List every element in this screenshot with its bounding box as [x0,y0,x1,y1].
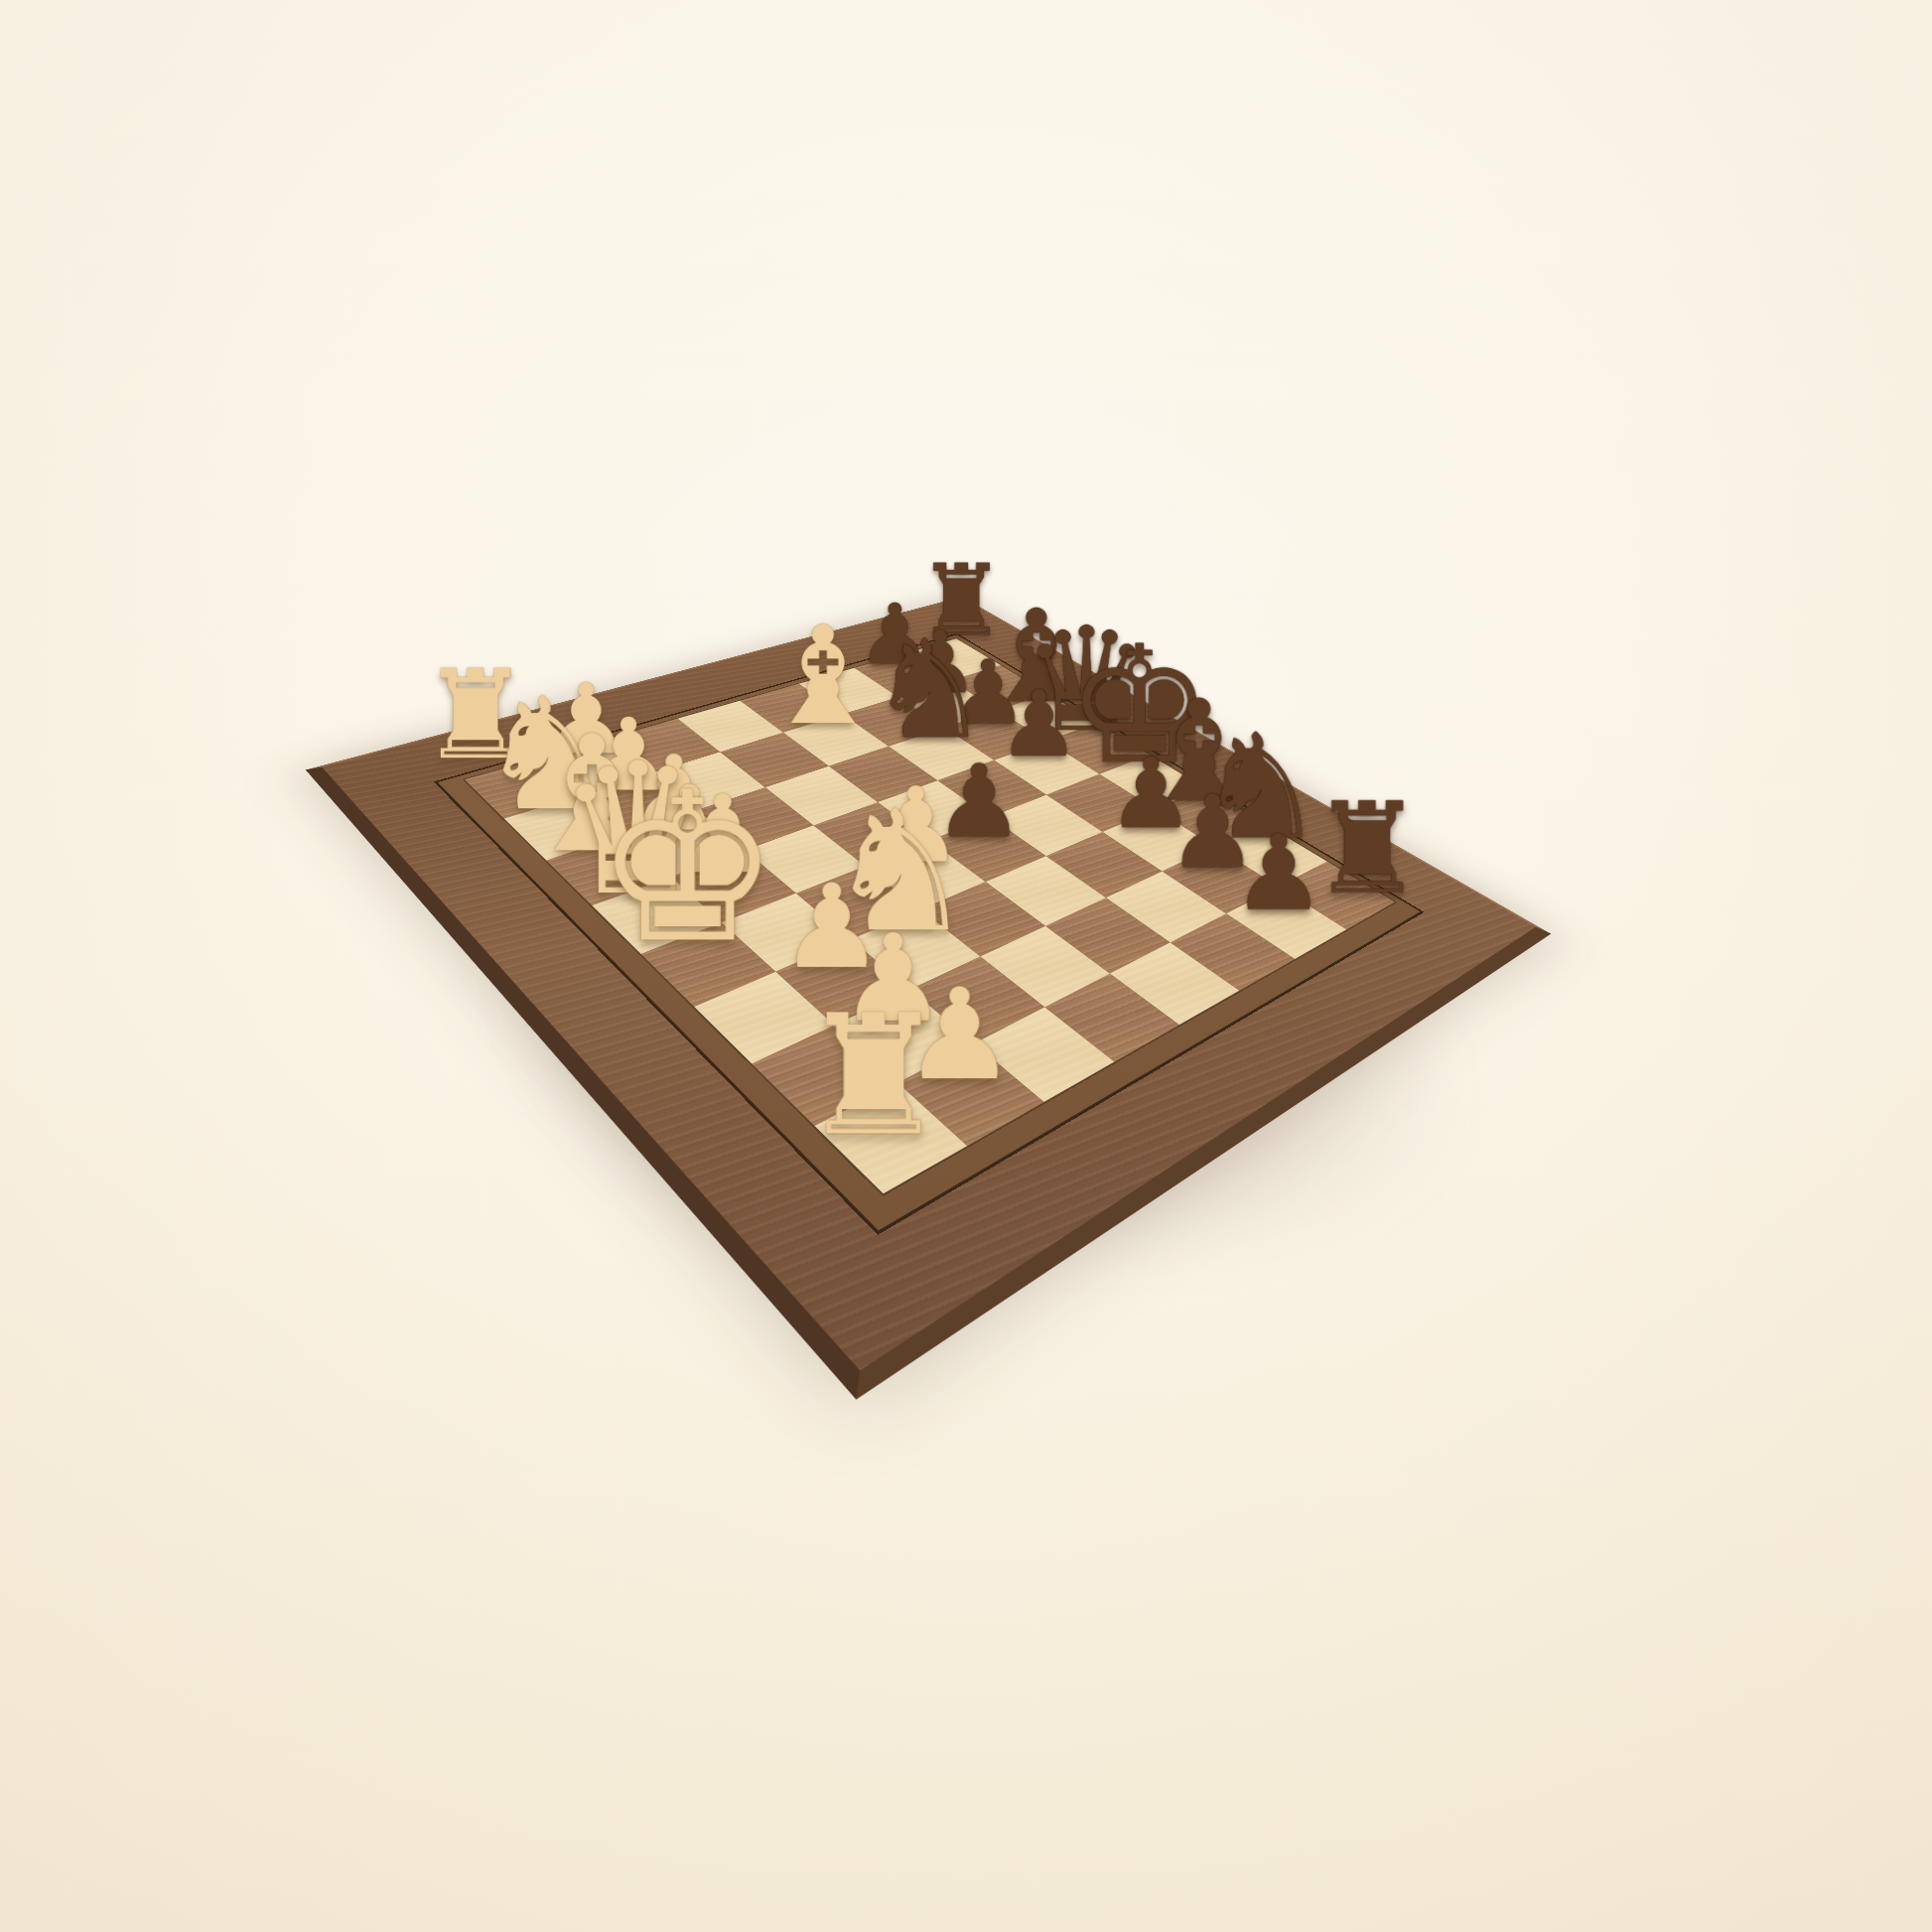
square-a3 [612,719,721,772]
black-rook-a8: ♜ [902,551,1022,650]
square-d4 [813,802,929,866]
board-grid: ♜♝♛♚♝♞♜♟♟♟♟♟♟♟♞♝♟♟♞♟♟♟♟♟♟♟♜♞♝♛♚♜ [465,638,1395,1193]
square-h6 [1171,913,1296,991]
square-b2: ♟ [581,772,697,834]
square-h7: ♟ [1226,887,1346,959]
